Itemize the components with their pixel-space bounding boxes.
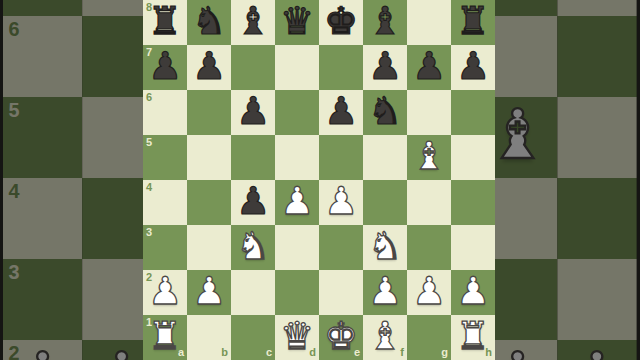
square-b3[interactable] — [187, 225, 231, 270]
square-h5[interactable] — [451, 135, 495, 180]
piece-black-pawn[interactable]: ♟ — [412, 44, 446, 89]
piece-black-pawn[interactable]: ♟ — [456, 44, 490, 89]
square-c5[interactable] — [231, 135, 275, 180]
square-e6[interactable]: ♟ — [319, 90, 363, 135]
square-g4[interactable] — [407, 180, 451, 225]
piece-white-knight[interactable]: ♞ — [236, 224, 270, 269]
square-f7[interactable]: ♟ — [363, 45, 407, 90]
square-a3[interactable]: 3 — [143, 225, 187, 270]
square-g8[interactable] — [407, 0, 451, 45]
square-d2[interactable] — [275, 270, 319, 315]
square-c8[interactable]: ♝ — [231, 0, 275, 45]
square-h3[interactable] — [451, 225, 495, 270]
piece-white-rook[interactable]: ♜ — [456, 314, 490, 359]
square-e8[interactable]: ♚ — [319, 0, 363, 45]
square-a5[interactable]: 5 — [143, 135, 187, 180]
square-f8[interactable]: ♝ — [363, 0, 407, 45]
piece-black-bishop[interactable]: ♝ — [236, 0, 270, 44]
square-f1[interactable]: f♝ — [363, 315, 407, 360]
square-g2[interactable]: ♟ — [407, 270, 451, 315]
file-label-b: b — [221, 347, 228, 358]
square-h7[interactable]: ♟ — [451, 45, 495, 90]
rank-label-4: 4 — [146, 182, 152, 193]
square-h4[interactable] — [451, 180, 495, 225]
square-c3[interactable]: ♞ — [231, 225, 275, 270]
square-d4[interactable]: ♟ — [275, 180, 319, 225]
square-d6[interactable] — [275, 90, 319, 135]
square-f3[interactable]: ♞ — [363, 225, 407, 270]
piece-black-pawn[interactable]: ♟ — [236, 179, 270, 224]
square-b5[interactable] — [187, 135, 231, 180]
square-f5[interactable] — [363, 135, 407, 180]
piece-black-rook[interactable]: ♜ — [148, 0, 182, 44]
file-label-c: c — [266, 347, 272, 358]
video-frame: 8♜♞♝♛♚♝♜7♟♟♟♟♟6♟♟♞5♝4♟♟♟3♞♞2♟♟♟♟♟1a♜bcd♛… — [0, 0, 640, 360]
square-e5[interactable] — [319, 135, 363, 180]
square-h2[interactable]: ♟ — [451, 270, 495, 315]
square-h8[interactable]: ♜ — [451, 0, 495, 45]
square-a2[interactable]: 2♟ — [143, 270, 187, 315]
piece-black-pawn[interactable]: ♟ — [324, 89, 358, 134]
square-c1[interactable]: c — [231, 315, 275, 360]
square-b4[interactable] — [187, 180, 231, 225]
piece-white-queen[interactable]: ♛ — [280, 314, 314, 359]
rank-label-5: 5 — [146, 137, 152, 148]
piece-white-bishop[interactable]: ♝ — [412, 134, 446, 179]
square-d3[interactable] — [275, 225, 319, 270]
piece-black-knight[interactable]: ♞ — [192, 0, 226, 44]
square-b8[interactable]: ♞ — [187, 0, 231, 45]
square-a1[interactable]: 1a♜ — [143, 315, 187, 360]
square-g5[interactable]: ♝ — [407, 135, 451, 180]
square-c4[interactable]: ♟ — [231, 180, 275, 225]
piece-white-knight[interactable]: ♞ — [368, 224, 402, 269]
square-g7[interactable]: ♟ — [407, 45, 451, 90]
piece-black-bishop[interactable]: ♝ — [368, 0, 402, 44]
piece-black-pawn[interactable]: ♟ — [148, 44, 182, 89]
chess-board[interactable]: 8♜♞♝♛♚♝♜7♟♟♟♟♟6♟♟♞5♝4♟♟♟3♞♞2♟♟♟♟♟1a♜bcd♛… — [143, 0, 495, 360]
square-a4[interactable]: 4 — [143, 180, 187, 225]
square-a6[interactable]: 6 — [143, 90, 187, 135]
piece-white-pawn[interactable]: ♟ — [324, 179, 358, 224]
piece-black-pawn[interactable]: ♟ — [368, 44, 402, 89]
piece-black-pawn[interactable]: ♟ — [236, 89, 270, 134]
piece-white-pawn[interactable]: ♟ — [280, 179, 314, 224]
piece-white-rook[interactable]: ♜ — [148, 314, 182, 359]
piece-black-rook[interactable]: ♜ — [456, 0, 490, 44]
square-g6[interactable] — [407, 90, 451, 135]
square-b6[interactable] — [187, 90, 231, 135]
file-label-g: g — [441, 347, 448, 358]
square-h1[interactable]: h♜ — [451, 315, 495, 360]
rank-label-3: 3 — [146, 227, 152, 238]
piece-white-king[interactable]: ♚ — [324, 314, 358, 359]
square-e1[interactable]: e♚ — [319, 315, 363, 360]
piece-black-queen[interactable]: ♛ — [280, 0, 314, 44]
square-d7[interactable] — [275, 45, 319, 90]
square-f2[interactable]: ♟ — [363, 270, 407, 315]
piece-white-pawn[interactable]: ♟ — [368, 269, 402, 314]
square-a8[interactable]: 8♜ — [143, 0, 187, 45]
square-d1[interactable]: d♛ — [275, 315, 319, 360]
piece-white-pawn[interactable]: ♟ — [412, 269, 446, 314]
square-g3[interactable] — [407, 225, 451, 270]
square-f4[interactable] — [363, 180, 407, 225]
square-e7[interactable] — [319, 45, 363, 90]
piece-black-pawn[interactable]: ♟ — [192, 44, 226, 89]
rank-label-6: 6 — [146, 92, 152, 103]
square-e4[interactable]: ♟ — [319, 180, 363, 225]
square-d8[interactable]: ♛ — [275, 0, 319, 45]
piece-white-pawn[interactable]: ♟ — [192, 269, 226, 314]
square-c7[interactable] — [231, 45, 275, 90]
square-b7[interactable]: ♟ — [187, 45, 231, 90]
square-c6[interactable]: ♟ — [231, 90, 275, 135]
piece-white-pawn[interactable]: ♟ — [456, 269, 490, 314]
square-g1[interactable]: g — [407, 315, 451, 360]
square-e3[interactable] — [319, 225, 363, 270]
square-f6[interactable]: ♞ — [363, 90, 407, 135]
square-c2[interactable] — [231, 270, 275, 315]
square-d5[interactable] — [275, 135, 319, 180]
piece-white-pawn[interactable]: ♟ — [148, 269, 182, 314]
square-h6[interactable] — [451, 90, 495, 135]
square-b1[interactable]: b — [187, 315, 231, 360]
piece-black-king[interactable]: ♚ — [324, 0, 358, 44]
piece-black-knight[interactable]: ♞ — [368, 89, 402, 134]
square-e2[interactable] — [319, 270, 363, 315]
square-a7[interactable]: 7♟ — [143, 45, 187, 90]
piece-white-bishop[interactable]: ♝ — [368, 314, 402, 359]
square-b2[interactable]: ♟ — [187, 270, 231, 315]
